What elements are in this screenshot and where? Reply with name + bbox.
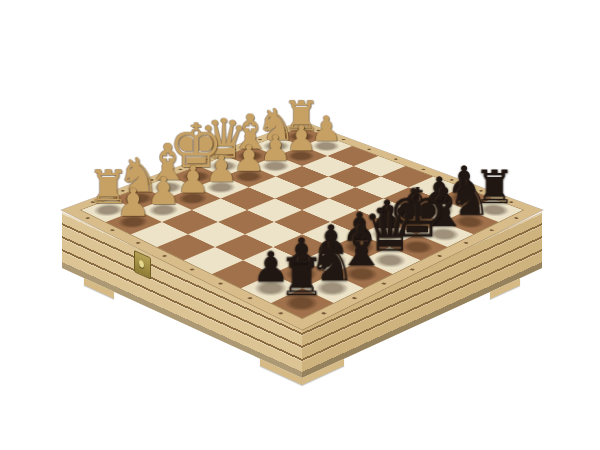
box-foot-corner [260, 359, 302, 385]
box-foot [84, 278, 114, 299]
brass-latch[interactable] [134, 250, 151, 280]
piece-white-pawn-h2[interactable]: ♟ [108, 151, 159, 222]
box-foot [490, 278, 520, 299]
box-foot-corner [302, 359, 344, 385]
scene: ♜♞♝♚♛♝♞♜♟♟♟♟♟♟♟♟♟♟♟♟♟♟♟♟♜♞♝♛♚♝♞♜ [0, 0, 600, 450]
chess-set-photo: ♜♞♝♚♛♝♞♜♟♟♟♟♟♟♟♟♟♟♟♟♟♟♟♟♜♞♝♛♚♝♞♜ [0, 0, 600, 450]
piece-black-rook-h8[interactable]: ♜ [274, 224, 331, 303]
